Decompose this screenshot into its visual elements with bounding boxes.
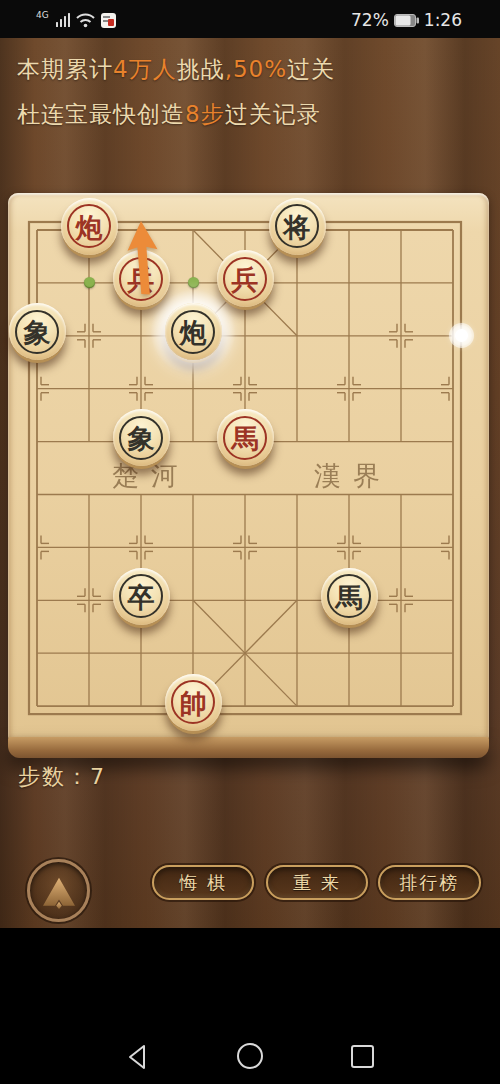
step-counter: 步数：7 [18, 762, 106, 792]
piece-ring: 卒 [119, 574, 163, 618]
clock-label: 1:26 [424, 10, 462, 30]
piece-black-象[interactable]: 象 [9, 303, 66, 360]
piece-glyph: 将 [284, 214, 311, 241]
nav-back-icon[interactable] [124, 1043, 152, 1071]
piece-ring: 馬 [223, 416, 267, 460]
wifi-icon [76, 13, 95, 28]
stat-text-segment: 过关 [287, 56, 335, 82]
piece-red-帥[interactable]: 帥 [165, 674, 222, 731]
piece-red-兵[interactable]: 兵 [217, 250, 274, 307]
news-app-icon [101, 13, 116, 28]
river-label-han-jie: 漢界 [292, 458, 402, 494]
phone-screen: 4G 72% 1:26 本期累计4万人挑战,50%过关 杜连宝最快创造8步过关记… [0, 0, 500, 1084]
nav-recents-icon[interactable] [350, 1044, 375, 1069]
leaderboard-button[interactable]: 排行榜 [378, 865, 481, 900]
signal-bars-icon [56, 13, 71, 27]
board-front-edge [8, 737, 489, 758]
network-type-label: 4G [36, 10, 49, 20]
stat-text-segment: 本期累计 [17, 56, 113, 82]
challenge-stats-line1: 本期累计4万人挑战,50%过关 [17, 54, 335, 85]
piece-ring: 炮 [171, 310, 215, 354]
piece-glyph: 卒 [128, 584, 155, 611]
piece-ring: 象 [119, 416, 163, 460]
piece-ring: 炮 [67, 204, 111, 248]
piece-ring: 象 [15, 310, 59, 354]
nav-home-icon[interactable] [236, 1042, 264, 1070]
step-count-value: 7 [90, 764, 106, 789]
record-stats-line2: 杜连宝最快创造8步过关记录 [17, 99, 321, 130]
battery-percent-label: 72% [351, 10, 389, 30]
piece-glyph: 兵 [232, 266, 259, 293]
piece-glyph: 炮 [180, 319, 207, 346]
battery-icon [394, 14, 419, 27]
piece-glyph: 馬 [232, 425, 259, 452]
collapse-panel-button[interactable] [27, 859, 90, 922]
piece-glyph: 象 [24, 319, 51, 346]
status-bar: 4G 72% 1:26 [0, 0, 500, 38]
stat-text-segment: 过关记录 [225, 101, 321, 127]
stat-text-segment: 8步 [185, 101, 225, 127]
hint-target-dot [455, 329, 468, 342]
piece-black-卒[interactable]: 卒 [113, 568, 170, 625]
piece-ring: 将 [275, 204, 319, 248]
piece-red-炮[interactable]: 炮 [61, 198, 118, 255]
piece-ring: 帥 [171, 680, 215, 724]
restart-button[interactable]: 重 来 [266, 865, 368, 900]
piece-black-炮[interactable]: 炮 [165, 303, 222, 360]
stat-text-segment: ,50% [225, 56, 287, 82]
undo-move-button[interactable]: 悔 棋 [152, 865, 254, 900]
piece-red-馬[interactable]: 馬 [217, 409, 274, 466]
stat-text-segment: 4万人 [113, 56, 177, 82]
move-marker-dot [188, 277, 199, 288]
stat-text-segment: 杜连宝最快创造 [17, 101, 185, 127]
piece-glyph: 馬 [336, 584, 363, 611]
piece-black-象[interactable]: 象 [113, 409, 170, 466]
move-marker-dot [84, 277, 95, 288]
piece-black-馬[interactable]: 馬 [321, 568, 378, 625]
hint-arrow [123, 221, 159, 295]
piece-ring: 馬 [327, 574, 371, 618]
piece-glyph: 象 [128, 425, 155, 452]
piece-glyph: 炮 [76, 214, 103, 241]
piece-black-将[interactable]: 将 [269, 198, 326, 255]
up-chevron-logo-icon [39, 873, 79, 909]
piece-ring: 兵 [223, 257, 267, 301]
piece-glyph: 帥 [180, 690, 207, 717]
stat-text-segment: 挑战 [177, 56, 225, 82]
android-nav-bar: Bai du经验 jingyan.baidu.com [0, 928, 500, 1084]
